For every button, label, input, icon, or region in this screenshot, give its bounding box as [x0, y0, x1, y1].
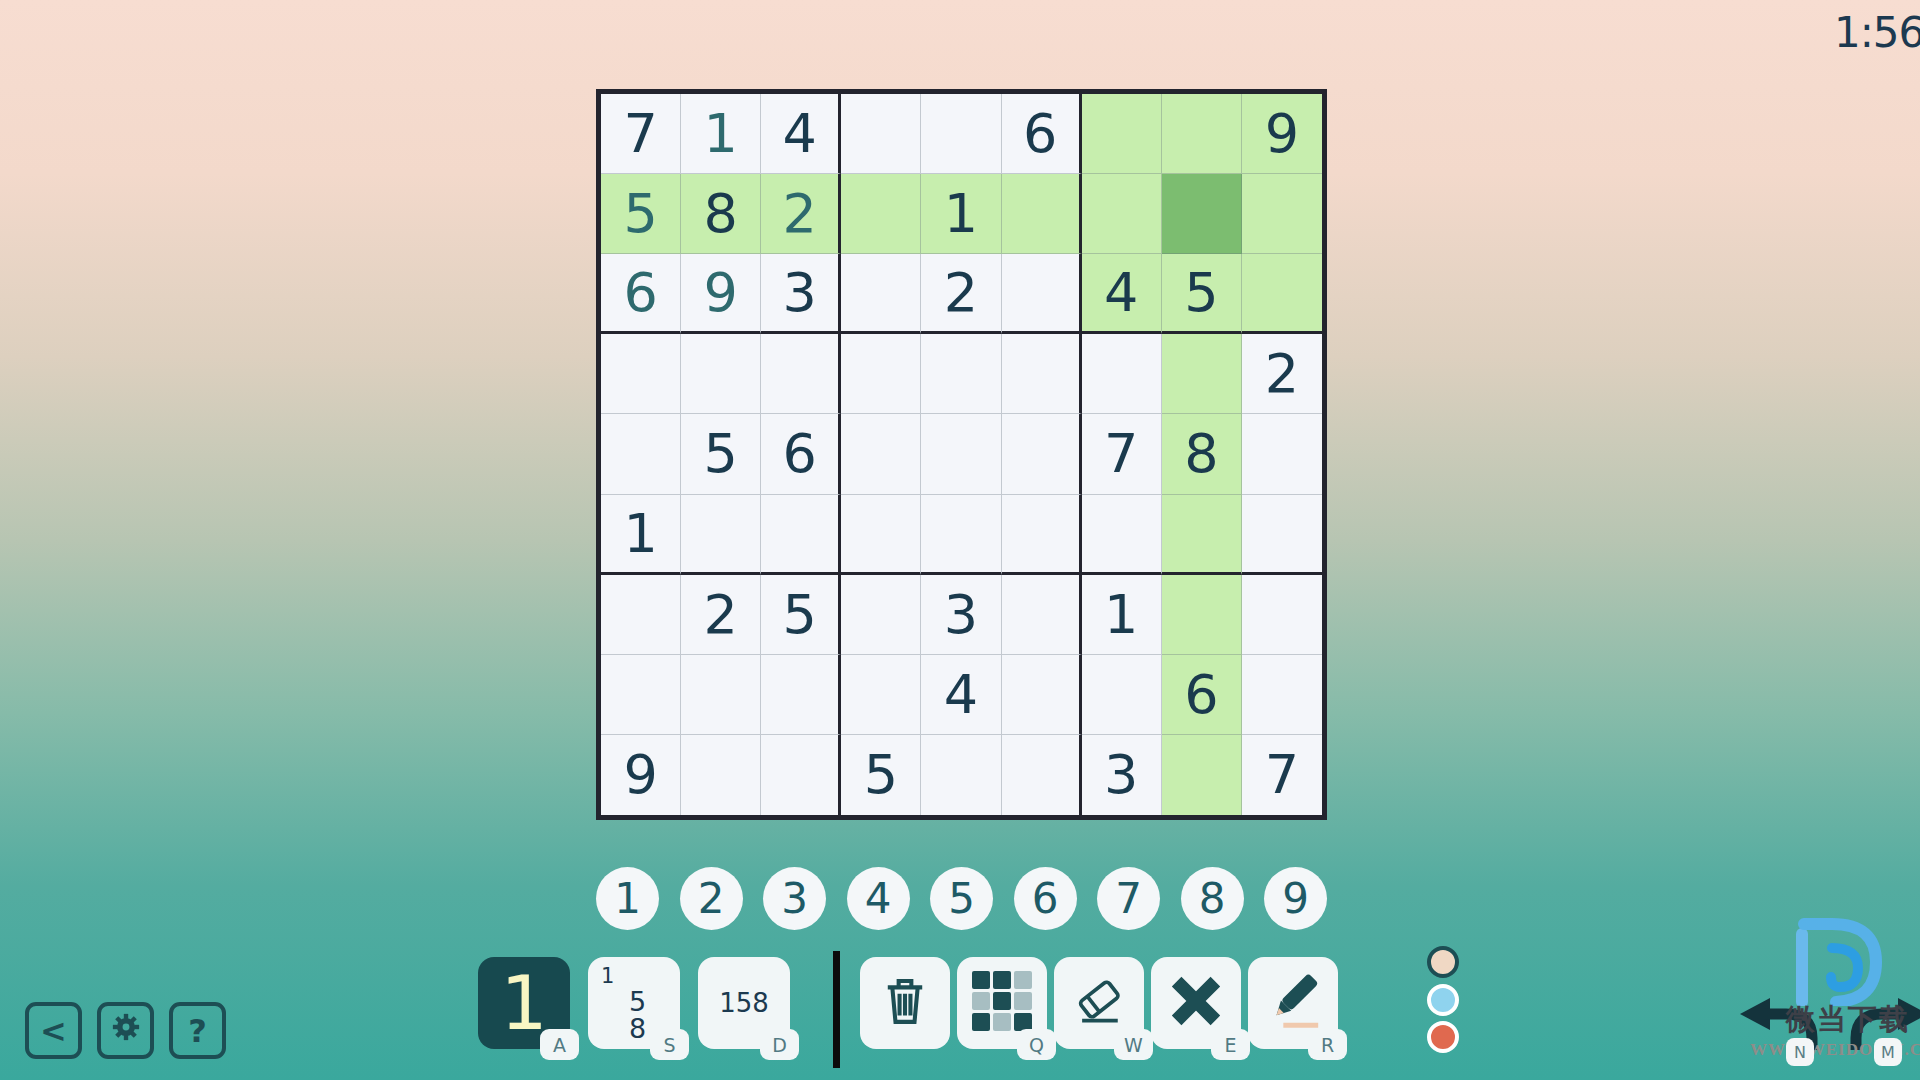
pen-button[interactable]: R	[1248, 957, 1338, 1049]
numpad-5[interactable]: 5	[930, 867, 993, 930]
cell-r3c9[interactable]	[1242, 254, 1322, 334]
cell-r5c8[interactable]: 8	[1162, 414, 1242, 494]
cell-r9c2[interactable]	[681, 735, 761, 815]
cell-r7c1[interactable]	[601, 575, 681, 655]
cell-r3c4[interactable]	[841, 254, 921, 334]
cell-r1c9[interactable]: 9	[1242, 94, 1322, 174]
cell-r6c1[interactable]: 1	[601, 495, 681, 575]
cell-r5c9[interactable]	[1242, 414, 1322, 494]
numpad-8[interactable]: 8	[1181, 867, 1244, 930]
cell-r1c4[interactable]	[841, 94, 921, 174]
cell-r9c5[interactable]	[921, 735, 1001, 815]
cell-r3c3[interactable]: 3	[761, 254, 841, 334]
cell-r6c6[interactable]	[1002, 495, 1082, 575]
settings-button[interactable]	[97, 1002, 154, 1059]
cell-r7c6[interactable]	[1002, 575, 1082, 655]
cell-r4c9[interactable]: 2	[1242, 334, 1322, 414]
cell-r2c3[interactable]: 2	[761, 174, 841, 254]
sudoku-board: 7146958216932452567812531469537	[596, 89, 1327, 820]
cell-r6c9[interactable]	[1242, 495, 1322, 575]
mode-normal-button[interactable]: 1 A	[478, 957, 570, 1049]
corner-mark-8: 8	[629, 1013, 646, 1044]
cell-r2c6[interactable]	[1002, 174, 1082, 254]
back-icon: <	[40, 1012, 67, 1050]
shortcut-badge-n: N	[1786, 1038, 1814, 1066]
cross-button[interactable]: E	[1151, 957, 1241, 1049]
cell-r8c5[interactable]: 4	[921, 655, 1001, 735]
pen-icon	[1262, 970, 1324, 1036]
trash-button[interactable]	[860, 957, 950, 1049]
cell-r9c1[interactable]: 9	[601, 735, 681, 815]
numpad: 123456789	[596, 867, 1327, 930]
app-background: 1:56 7146958216932452567812531469537 123…	[0, 0, 1920, 1080]
shortcut-badge-e: E	[1211, 1029, 1250, 1060]
color-grid-button[interactable]: Q	[957, 957, 1047, 1049]
cell-r4c4[interactable]	[841, 334, 921, 414]
numpad-6[interactable]: 6	[1014, 867, 1077, 930]
cell-r3c1[interactable]: 6	[601, 254, 681, 334]
cell-r6c5[interactable]	[921, 495, 1001, 575]
cell-r4c6[interactable]	[1002, 334, 1082, 414]
cell-r5c4[interactable]	[841, 414, 921, 494]
cell-r8c9[interactable]	[1242, 655, 1322, 735]
cell-r1c7[interactable]	[1082, 94, 1162, 174]
cell-r5c1[interactable]	[601, 414, 681, 494]
numpad-2[interactable]: 2	[680, 867, 743, 930]
color-grid-icon	[970, 969, 1034, 1037]
cell-r9c4[interactable]: 5	[841, 735, 921, 815]
cell-r9c6[interactable]	[1002, 735, 1082, 815]
cross-icon	[1165, 970, 1227, 1036]
cell-r7c9[interactable]	[1242, 575, 1322, 655]
cell-r9c3[interactable]	[761, 735, 841, 815]
cell-r4c3[interactable]	[761, 334, 841, 414]
help-button[interactable]: ?	[169, 1002, 226, 1059]
cell-r9c7[interactable]: 3	[1082, 735, 1162, 815]
cell-r4c7[interactable]	[1082, 334, 1162, 414]
cell-r8c7[interactable]	[1082, 655, 1162, 735]
cell-r5c2[interactable]: 5	[681, 414, 761, 494]
cell-r2c5[interactable]: 1	[921, 174, 1001, 254]
toolbar-divider	[833, 951, 840, 1068]
swatch-blue[interactable]	[1427, 984, 1459, 1016]
cell-r9c8[interactable]	[1162, 735, 1242, 815]
trash-icon	[876, 972, 934, 1034]
cell-r4c5[interactable]	[921, 334, 1001, 414]
numpad-4[interactable]: 4	[847, 867, 910, 930]
numpad-1[interactable]: 1	[596, 867, 659, 930]
cell-r2c4[interactable]	[841, 174, 921, 254]
cell-r8c6[interactable]	[1002, 655, 1082, 735]
eraser-button[interactable]: W	[1054, 957, 1144, 1049]
cell-r2c7[interactable]	[1082, 174, 1162, 254]
cell-r1c2[interactable]: 1	[681, 94, 761, 174]
cell-r2c2[interactable]: 8	[681, 174, 761, 254]
cell-r1c3[interactable]: 4	[761, 94, 841, 174]
cell-r8c4[interactable]	[841, 655, 921, 735]
cell-r7c5[interactable]: 3	[921, 575, 1001, 655]
cell-r7c2[interactable]: 2	[681, 575, 761, 655]
cell-r9c9[interactable]: 7	[1242, 735, 1322, 815]
mode-corner-marks-button[interactable]: 1 5 8 S	[588, 957, 680, 1049]
cell-r7c3[interactable]: 5	[761, 575, 841, 655]
cell-r8c2[interactable]	[681, 655, 761, 735]
shortcut-badge-w: W	[1114, 1029, 1153, 1060]
cell-r2c1[interactable]: 5	[601, 174, 681, 254]
numpad-9[interactable]: 9	[1264, 867, 1327, 930]
cell-r1c5[interactable]	[921, 94, 1001, 174]
cell-r4c2[interactable]	[681, 334, 761, 414]
cell-r5c5[interactable]	[921, 414, 1001, 494]
numpad-3[interactable]: 3	[763, 867, 826, 930]
cell-r6c7[interactable]	[1082, 495, 1162, 575]
back-button[interactable]: <	[25, 1002, 82, 1059]
cell-r6c3[interactable]	[761, 495, 841, 575]
eraser-icon	[1069, 971, 1129, 1035]
cell-r3c2[interactable]: 9	[681, 254, 761, 334]
center-marks-label: 158	[719, 988, 769, 1018]
cell-r6c8[interactable]	[1162, 495, 1242, 575]
shortcut-badge-a: A	[540, 1029, 579, 1060]
shortcut-badge-d: D	[760, 1029, 799, 1060]
shortcut-badge-q: Q	[1017, 1029, 1056, 1060]
cell-r1c8[interactable]	[1162, 94, 1242, 174]
mode-center-marks-button[interactable]: 158 D	[698, 957, 790, 1049]
cell-r4c1[interactable]	[601, 334, 681, 414]
cell-r7c4[interactable]	[841, 575, 921, 655]
swatch-red[interactable]	[1427, 1021, 1459, 1053]
cell-r4c8[interactable]	[1162, 334, 1242, 414]
shortcut-badge-r: R	[1308, 1029, 1347, 1060]
corner-mark-1: 1	[601, 964, 614, 988]
cell-r1c6[interactable]: 6	[1002, 94, 1082, 174]
timer: 1:56	[1834, 8, 1920, 57]
cell-r7c8[interactable]	[1162, 575, 1242, 655]
cell-r3c7[interactable]: 4	[1082, 254, 1162, 334]
watermark-logo	[1788, 906, 1884, 1010]
cell-r1c1[interactable]: 7	[601, 94, 681, 174]
numpad-7[interactable]: 7	[1097, 867, 1160, 930]
cell-r6c4[interactable]	[841, 495, 921, 575]
cell-r7c7[interactable]: 1	[1082, 575, 1162, 655]
cell-r2c8[interactable]	[1162, 174, 1242, 254]
gear-icon	[106, 1007, 146, 1055]
shortcut-badge-s: S	[650, 1029, 689, 1060]
swatch-peach[interactable]	[1427, 946, 1459, 978]
cell-r2c9[interactable]	[1242, 174, 1322, 254]
cell-r8c8[interactable]: 6	[1162, 655, 1242, 735]
cell-r3c6[interactable]	[1002, 254, 1082, 334]
cell-r5c6[interactable]	[1002, 414, 1082, 494]
cell-r3c5[interactable]: 2	[921, 254, 1001, 334]
cell-r5c7[interactable]: 7	[1082, 414, 1162, 494]
cell-r8c1[interactable]	[601, 655, 681, 735]
cell-r3c8[interactable]: 5	[1162, 254, 1242, 334]
cell-r6c2[interactable]	[681, 495, 761, 575]
cell-r8c3[interactable]	[761, 655, 841, 735]
help-icon: ?	[188, 1012, 207, 1050]
shortcut-badge-m: M	[1874, 1038, 1902, 1066]
cell-r5c3[interactable]: 6	[761, 414, 841, 494]
